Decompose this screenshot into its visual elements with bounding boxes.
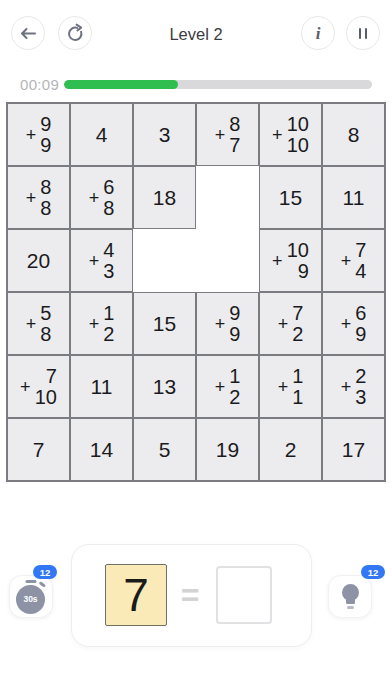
grid-cell: +72 bbox=[259, 292, 322, 355]
add-time-button[interactable]: 30s bbox=[9, 575, 53, 618]
grid-cell: +710 bbox=[7, 355, 70, 418]
grid-cell: 2 bbox=[259, 418, 322, 481]
grid-cell: 4 bbox=[70, 103, 133, 166]
info-icon: i bbox=[316, 25, 321, 42]
stopwatch-label: 30s bbox=[16, 585, 45, 614]
add-time-badge: 12 bbox=[33, 565, 57, 579]
grid-cell: +69 bbox=[322, 292, 385, 355]
grid-cell: 20 bbox=[7, 229, 70, 292]
grid-cell: 15 bbox=[133, 292, 196, 355]
grid-cell: 15 bbox=[259, 166, 322, 229]
grid-cell: 19 bbox=[196, 418, 259, 481]
stopwatch-icon: 30s bbox=[16, 580, 46, 614]
answer-slot[interactable] bbox=[216, 566, 272, 624]
grid-cell: +12 bbox=[70, 292, 133, 355]
grid-cell: +58 bbox=[7, 292, 70, 355]
tray-card: 7 = bbox=[71, 544, 312, 647]
grid-cell: +88 bbox=[7, 166, 70, 229]
progress-fill bbox=[64, 80, 178, 89]
grid-cell: +87 bbox=[196, 103, 259, 166]
hint-badge: 12 bbox=[361, 565, 385, 579]
grid-cell: 8 bbox=[322, 103, 385, 166]
grid-cell: +68 bbox=[70, 166, 133, 229]
grid-cell: +1010 bbox=[259, 103, 322, 166]
grid-cell: 7 bbox=[7, 418, 70, 481]
info-button[interactable]: i bbox=[301, 16, 335, 50]
game-screen: Level 2 i 00:09 +9943+87+10108+88+681815… bbox=[0, 0, 392, 696]
grid-cell: 13 bbox=[133, 355, 196, 418]
grid-cell: 11 bbox=[322, 166, 385, 229]
equals-sign: = bbox=[173, 545, 207, 646]
grid-cell: 14 bbox=[70, 418, 133, 481]
pause-button[interactable] bbox=[346, 16, 380, 50]
grid-cell: 17 bbox=[322, 418, 385, 481]
grid-cell: 18 bbox=[133, 166, 196, 229]
grid-cell: 11 bbox=[70, 355, 133, 418]
grid-cell: +109 bbox=[259, 229, 322, 292]
lightbulb-icon bbox=[342, 584, 359, 608]
grid-hole[interactable] bbox=[196, 166, 259, 229]
grid-cell: +12 bbox=[196, 355, 259, 418]
grid-cell: +99 bbox=[7, 103, 70, 166]
hint-button[interactable] bbox=[328, 575, 372, 618]
grid-cell: 3 bbox=[133, 103, 196, 166]
grid-cell: 5 bbox=[133, 418, 196, 481]
progress-bar bbox=[64, 80, 372, 89]
puzzle-grid: +9943+87+10108+88+6818151120+43+109+74+5… bbox=[6, 102, 386, 482]
grid-cell: +74 bbox=[322, 229, 385, 292]
grid-cell: +23 bbox=[322, 355, 385, 418]
grid-cell: +11 bbox=[259, 355, 322, 418]
grid-cell: +99 bbox=[196, 292, 259, 355]
number-tile[interactable]: 7 bbox=[105, 564, 167, 626]
grid-cell: +43 bbox=[70, 229, 133, 292]
pause-icon bbox=[359, 28, 368, 39]
grid-hole[interactable] bbox=[196, 229, 259, 292]
grid-hole[interactable] bbox=[133, 229, 196, 292]
timer-text: 00:09 bbox=[20, 76, 59, 93]
